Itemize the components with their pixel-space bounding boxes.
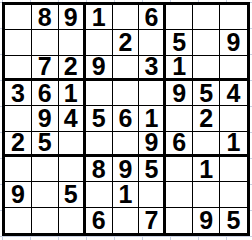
given-digit: 2 [11,132,25,156]
cell-r8c1[interactable]: 9 [5,182,32,207]
cell-r7c6[interactable]: 5 [139,157,166,182]
given-digit: 8 [92,157,106,182]
cell-r1c6[interactable]: 6 [139,5,166,30]
cell-r7c7[interactable] [166,157,193,182]
given-digit: 1 [227,132,241,156]
given-digit: 9 [64,5,78,30]
cell-r1c1[interactable] [5,5,32,30]
cell-r3c5[interactable] [113,56,140,81]
cell-r4c7[interactable]: 9 [166,81,193,106]
cell-r2c6[interactable] [139,30,166,55]
cell-r5c4[interactable]: 5 [86,106,113,131]
cell-r2c4[interactable] [86,30,113,55]
given-digit: 1 [144,106,158,131]
given-digit: 2 [199,106,213,131]
given-digit: 9 [92,56,106,80]
cell-r6c6[interactable]: 9 [139,132,166,157]
given-digit: 9 [199,208,213,233]
given-digit: 6 [92,208,106,233]
cell-r7c4[interactable]: 8 [86,157,113,182]
cell-r2c7[interactable]: 5 [166,30,193,55]
cell-r2c3[interactable] [59,30,86,55]
given-digit: 7 [144,208,158,233]
given-digit: 9 [119,157,133,182]
cell-r5c5[interactable]: 6 [113,106,140,131]
cell-r9c8[interactable]: 9 [193,208,220,233]
cell-r1c4[interactable]: 1 [86,5,113,30]
cell-r1c7[interactable] [166,5,193,30]
cell-r6c7[interactable]: 6 [166,132,193,157]
given-digit: 5 [144,157,158,182]
given-digit: 1 [92,5,106,30]
cell-r8c4[interactable] [86,182,113,207]
sudoku-screenshot: 8916259729313619549456122596189519516795 [0,0,252,240]
cell-r8c9[interactable] [220,182,247,207]
cell-r9c9[interactable]: 5 [220,208,247,233]
given-digit: 1 [199,157,213,182]
cell-r9c3[interactable] [59,208,86,233]
given-digit: 7 [38,56,52,80]
given-digit: 9 [227,30,241,55]
cell-r2c8[interactable] [193,30,220,55]
cell-r2c9[interactable]: 9 [220,30,247,55]
cell-r3c1[interactable] [5,56,32,81]
cell-r4c2[interactable]: 6 [32,81,59,106]
given-digit: 5 [64,182,78,207]
cell-r7c3[interactable] [59,157,86,182]
cell-r3c6[interactable]: 3 [139,56,166,81]
cell-r4c1[interactable]: 3 [5,81,32,106]
given-digit: 2 [119,30,133,55]
cell-r4c5[interactable] [113,81,140,106]
cell-r7c2[interactable] [32,157,59,182]
given-digit: 1 [119,182,133,207]
cell-r3c7[interactable]: 1 [166,56,193,81]
cell-r8c7[interactable] [166,182,193,207]
cell-r8c8[interactable] [193,182,220,207]
cell-r1c8[interactable] [193,5,220,30]
cell-r5c6[interactable]: 1 [139,106,166,131]
given-digit: 5 [172,30,186,55]
cell-r1c9[interactable] [220,5,247,30]
cell-r3c3[interactable]: 2 [59,56,86,81]
cell-r6c1[interactable]: 2 [5,132,32,157]
given-digit: 1 [64,81,78,106]
cell-r9c4[interactable]: 6 [86,208,113,233]
given-digit: 6 [38,81,52,106]
cell-r1c5[interactable] [113,5,140,30]
given-digit: 1 [172,56,186,80]
given-digit: 9 [11,182,25,207]
given-digit: 9 [172,81,186,106]
cell-r5c3[interactable]: 4 [59,106,86,131]
given-digit: 8 [38,5,52,30]
cell-r4c6[interactable] [139,81,166,106]
cell-r5c8[interactable]: 2 [193,106,220,131]
cell-r6c5[interactable] [113,132,140,157]
given-digit: 2 [64,56,78,80]
cell-r1c3[interactable]: 9 [59,5,86,30]
cell-r5c1[interactable] [5,106,32,131]
cell-r3c4[interactable]: 9 [86,56,113,81]
given-digit: 3 [144,56,158,80]
given-digit: 5 [92,106,106,131]
cell-r9c1[interactable] [5,208,32,233]
cell-r3c9[interactable] [220,56,247,81]
cell-r4c4[interactable] [86,81,113,106]
given-digit: 4 [227,81,241,106]
cell-r7c9[interactable] [220,157,247,182]
given-digit: 9 [38,106,52,131]
cell-r9c6[interactable]: 7 [139,208,166,233]
cell-r3c8[interactable] [193,56,220,81]
cell-r8c3[interactable]: 5 [59,182,86,207]
cell-r6c3[interactable] [59,132,86,157]
cell-r9c2[interactable] [32,208,59,233]
sudoku-board: 8916259729313619549456122596189519516795 [2,2,250,236]
cell-r9c5[interactable] [113,208,140,233]
cell-r6c8[interactable] [193,132,220,157]
cell-r7c1[interactable] [5,157,32,182]
given-digit: 9 [144,132,158,156]
cell-r4c3[interactable]: 1 [59,81,86,106]
cell-r5c7[interactable] [166,106,193,131]
given-digit: 5 [199,81,213,106]
cell-r6c9[interactable]: 1 [220,132,247,157]
cell-r3c2[interactable]: 7 [32,56,59,81]
cell-r2c5[interactable]: 2 [113,30,140,55]
cell-r7c8[interactable]: 1 [193,157,220,182]
cell-r5c2[interactable]: 9 [32,106,59,131]
cell-r4c9[interactable]: 4 [220,81,247,106]
cell-r6c4[interactable] [86,132,113,157]
cell-r2c2[interactable] [32,30,59,55]
given-digit: 3 [11,81,25,106]
cell-r9c7[interactable] [166,208,193,233]
given-digit: 6 [119,106,133,131]
cell-r1c2[interactable]: 8 [32,5,59,30]
cell-r4c8[interactable]: 5 [193,81,220,106]
cell-r8c6[interactable] [139,182,166,207]
cell-r8c2[interactable] [32,182,59,207]
given-digit: 6 [172,132,186,156]
given-digit: 5 [38,132,52,156]
cell-r7c5[interactable]: 9 [113,157,140,182]
cell-r8c5[interactable]: 1 [113,182,140,207]
given-digit: 6 [144,5,158,30]
given-digit: 5 [227,208,241,233]
cell-r6c2[interactable]: 5 [32,132,59,157]
cell-r2c1[interactable] [5,30,32,55]
cell-r5c9[interactable] [220,106,247,131]
given-digit: 4 [64,106,78,131]
